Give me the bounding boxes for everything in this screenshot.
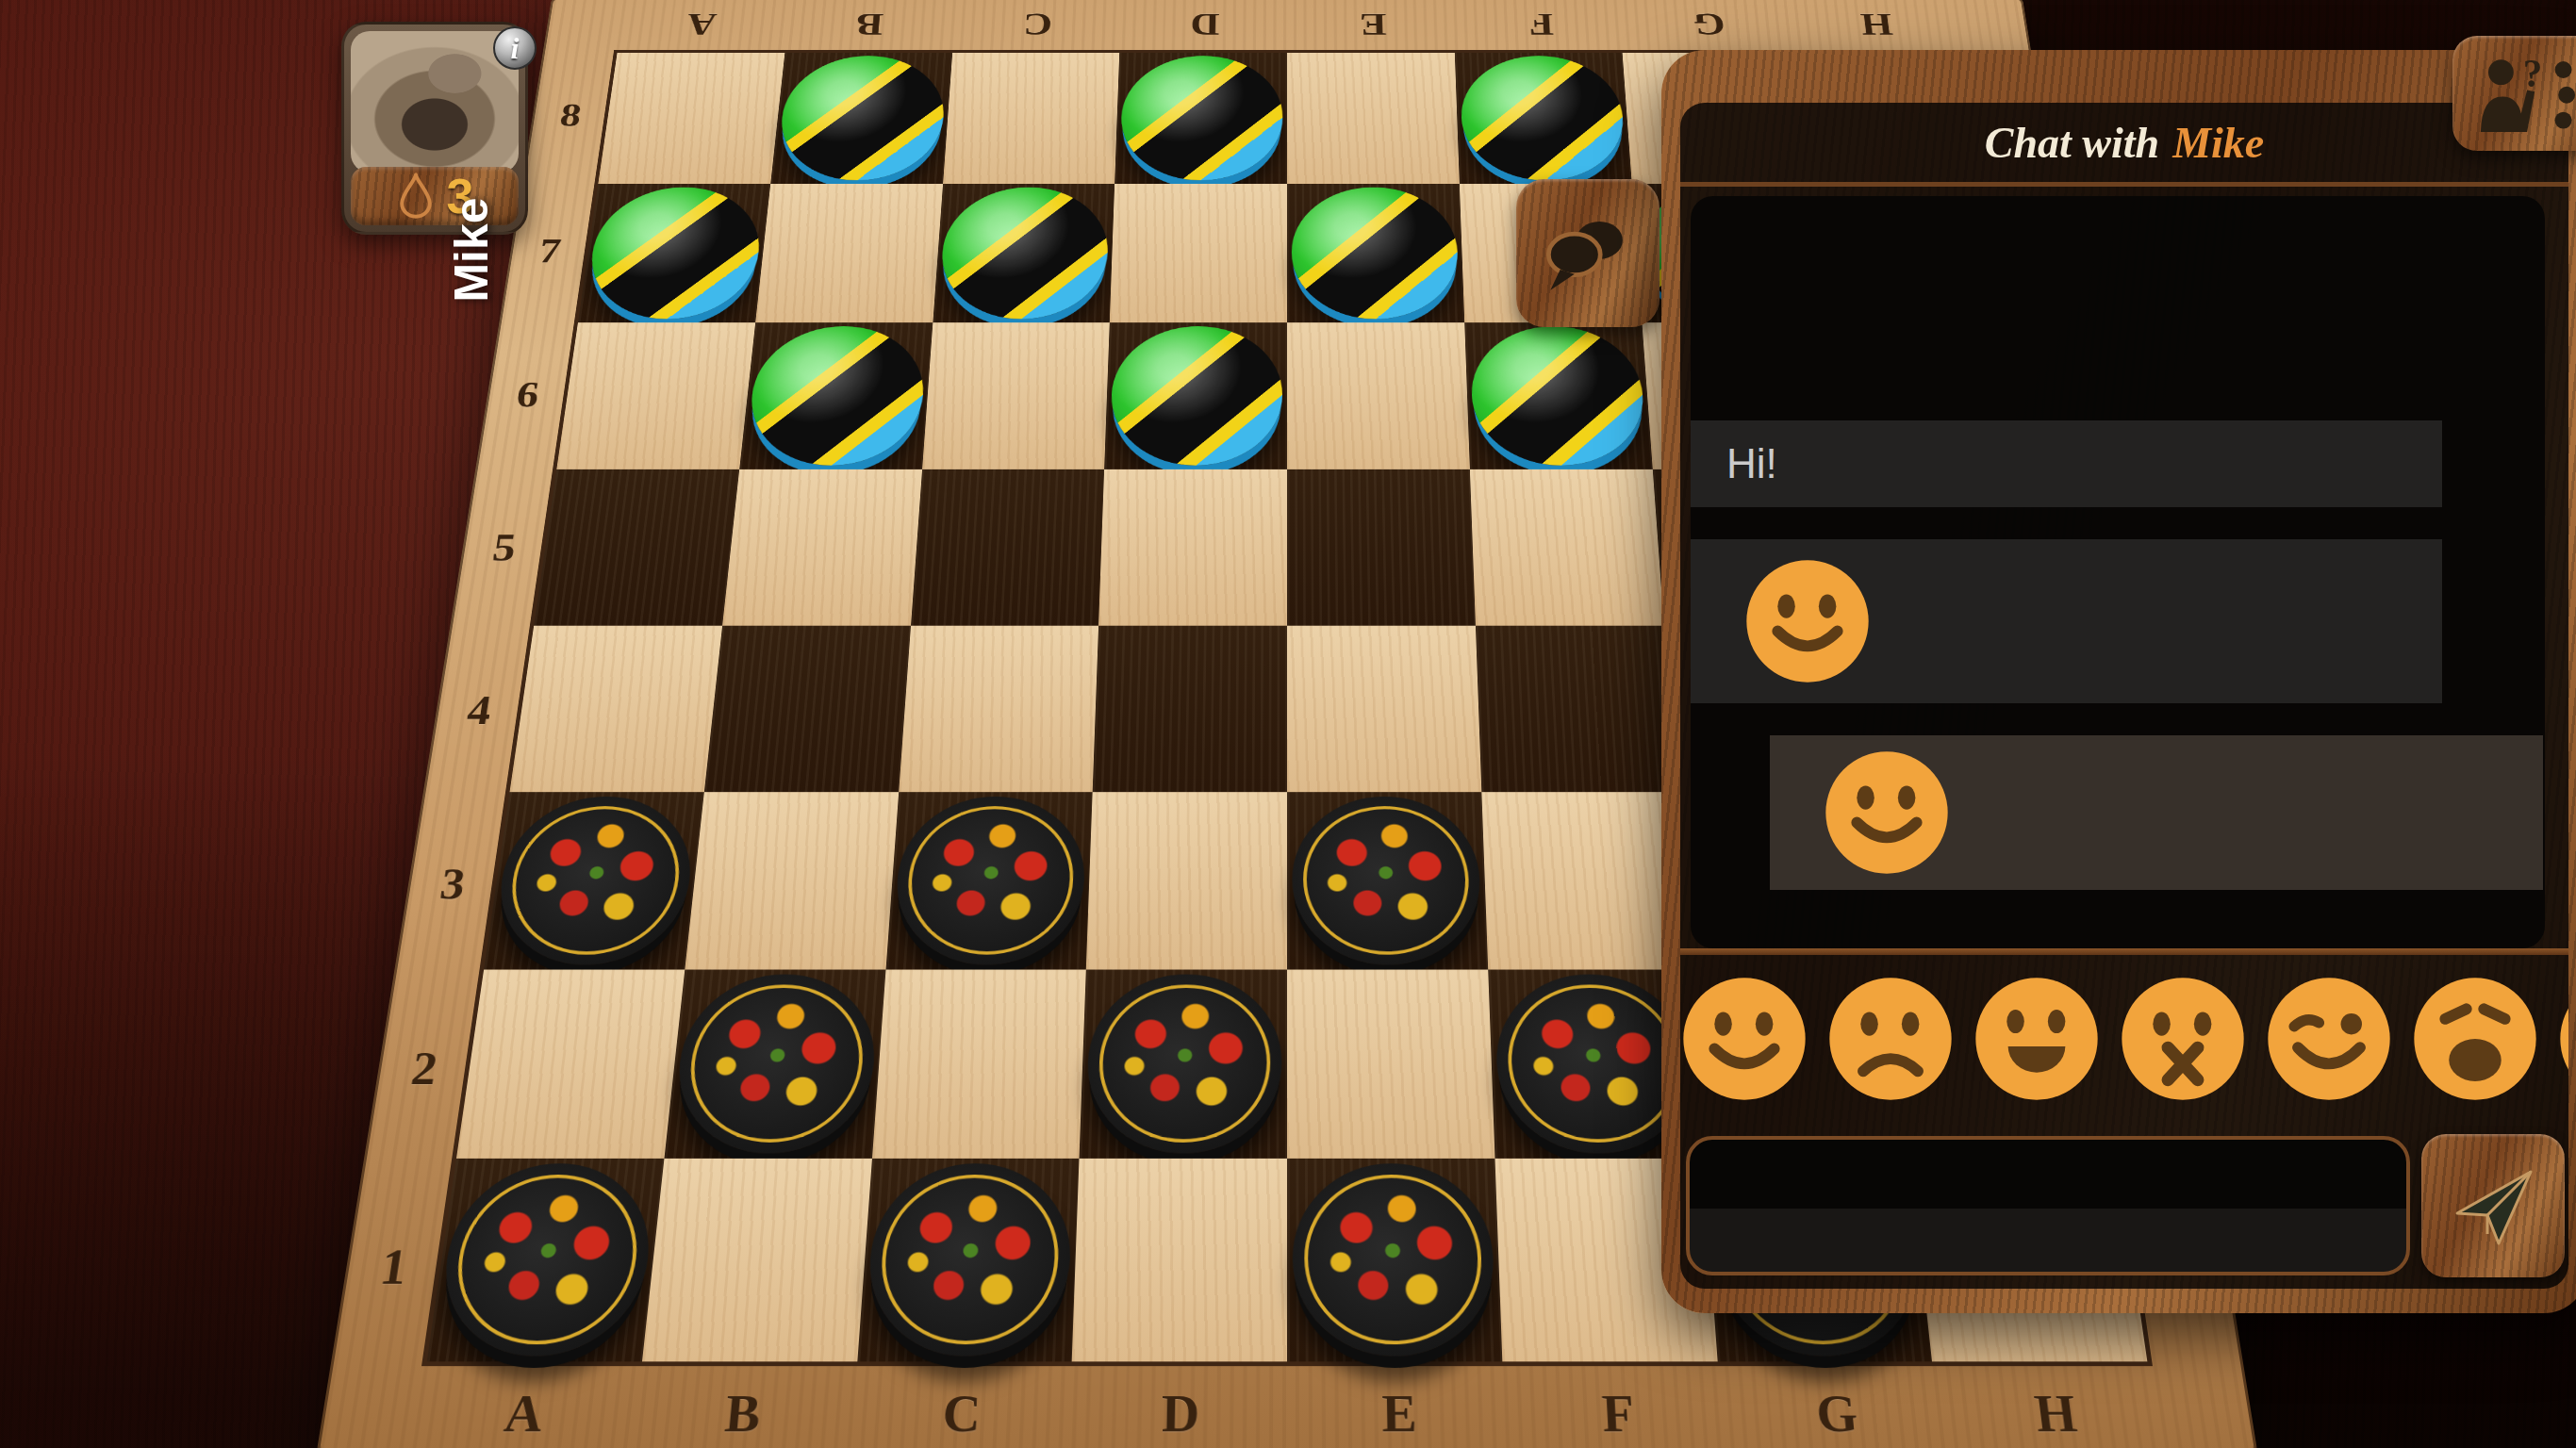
square-c8[interactable] [943,53,1120,184]
square-a3[interactable] [484,792,703,969]
emoji-button-kiss[interactable] [2559,977,2568,1101]
white-piece-a7[interactable] [583,188,765,320]
square-b7[interactable] [755,184,943,322]
info-icon: i [511,31,520,66]
chat-message-list: Hi! [1691,196,2545,948]
file-label-top-d: D [1120,3,1289,46]
file-label-bottom-d: D [1069,1377,1290,1448]
square-d3[interactable] [1086,792,1287,969]
chat-message-1: Hi! [1691,420,2442,507]
smile-emoji-icon [1745,559,1870,683]
square-d4[interactable] [1093,626,1287,792]
square-d7[interactable] [1110,184,1287,322]
white-piece-b6[interactable] [744,326,927,466]
square-d1[interactable] [1072,1159,1287,1361]
square-f5[interactable] [1470,469,1664,626]
square-c6[interactable] [922,322,1110,469]
black-piece-c3[interactable] [891,797,1087,964]
chat-message-text: Hi! [1691,440,1777,487]
white-piece-c7[interactable] [937,188,1110,320]
speech-bubbles-icon [1539,210,1637,297]
square-a6[interactable] [556,322,755,469]
emoji-button-frown[interactable] [1828,977,1953,1101]
square-a5[interactable] [534,469,739,626]
square-f3[interactable] [1481,792,1689,969]
square-f4[interactable] [1476,626,1676,792]
square-b2[interactable] [664,969,885,1159]
white-piece-d8[interactable] [1119,56,1282,180]
square-c4[interactable] [899,626,1099,792]
opponent-info-button[interactable]: i [493,26,537,70]
emoji-bar [1680,955,2568,1123]
square-e8[interactable] [1287,53,1460,184]
black-piece-e1[interactable] [1293,1163,1496,1356]
square-b3[interactable] [685,792,899,969]
black-piece-a1[interactable] [433,1163,658,1356]
smile-emoji-icon [1825,750,1949,875]
square-d2[interactable] [1080,969,1287,1159]
emoji-button-wink[interactable] [2267,977,2391,1101]
square-b8[interactable] [770,53,952,184]
square-a8[interactable] [598,53,784,184]
file-label-top-g: G [1624,3,1795,46]
square-e2[interactable] [1287,969,1494,1159]
file-label-bottom-b: B [629,1377,854,1448]
chat-message-2 [1691,539,2442,703]
white-piece-f6[interactable] [1469,326,1647,466]
chat-input[interactable] [1686,1136,2410,1275]
white-piece-b8[interactable] [775,56,948,180]
white-piece-e7[interactable] [1292,188,1460,320]
square-c5[interactable] [911,469,1105,626]
chat-input-row [1680,1123,2568,1289]
game-screen: AABBCCDDEEFFGGHH1122334455667788 3 i Mik… [0,0,2576,1448]
square-e6[interactable] [1287,322,1470,469]
emoji-button-laugh[interactable] [1974,977,2099,1101]
square-f6[interactable] [1464,322,1652,469]
file-label-bottom-e: E [1290,1377,1511,1448]
square-a7[interactable] [578,184,770,322]
black-piece-e3[interactable] [1292,797,1482,964]
chat-divider [1680,948,2568,955]
black-piece-d2[interactable] [1085,974,1282,1154]
emoji-button-smile[interactable] [1682,977,1807,1101]
square-b6[interactable] [739,322,933,469]
emoji-button-sealed[interactable] [2121,977,2245,1101]
square-d6[interactable] [1104,322,1287,469]
square-c1[interactable] [857,1159,1080,1361]
black-piece-b2[interactable] [669,974,880,1154]
white-piece-d6[interactable] [1109,326,1282,466]
square-c7[interactable] [933,184,1115,322]
square-e3[interactable] [1287,792,1488,969]
file-label-bottom-c: C [850,1377,1072,1448]
chat-message-3 [1770,735,2543,890]
chat-panel: Chat with Mike Hi! [1661,50,2576,1313]
send-button[interactable] [2421,1134,2565,1277]
file-label-top-f: F [1456,3,1627,46]
paper-plane-icon [2446,1159,2540,1253]
file-label-bottom-g: G [1725,1377,1950,1448]
square-a1[interactable] [427,1159,665,1361]
square-c3[interactable] [885,792,1093,969]
square-b5[interactable] [722,469,922,626]
file-label-bottom-a: A [409,1377,637,1448]
person-question-icon: ? [2472,50,2576,137]
emoji-button-shock[interactable] [2413,977,2537,1101]
square-d5[interactable] [1098,469,1287,626]
square-e1[interactable] [1287,1159,1502,1361]
chat-title: Chat with Mike [1680,103,2568,187]
file-label-top-h: H [1791,3,1964,46]
black-piece-a3[interactable] [489,797,698,964]
chat-panel-body: Chat with Mike Hi! [1680,103,2568,1289]
svg-text:?: ? [2523,52,2543,95]
square-e5[interactable] [1287,469,1476,626]
opponent-name-label: Mike [385,160,558,339]
black-piece-c1[interactable] [863,1163,1074,1356]
file-label-top-e: E [1289,3,1458,46]
square-a4[interactable] [510,626,722,792]
file-label-bottom-f: F [1508,1377,1730,1448]
square-a2[interactable] [456,969,685,1159]
square-b1[interactable] [642,1159,872,1361]
square-c2[interactable] [871,969,1086,1159]
open-chat-button[interactable] [1516,179,1660,327]
square-e4[interactable] [1287,626,1481,792]
white-piece-f8[interactable] [1459,56,1627,180]
square-d8[interactable] [1115,53,1287,184]
file-label-top-a: A [615,3,788,46]
file-label-top-b: B [784,3,955,46]
square-e7[interactable] [1287,184,1464,322]
file-label-top-c: C [952,3,1123,46]
square-f8[interactable] [1455,53,1632,184]
file-label-bottom-h: H [1942,1377,2171,1448]
opponent-question-button[interactable]: ? [2452,36,2576,151]
square-b4[interactable] [704,626,911,792]
